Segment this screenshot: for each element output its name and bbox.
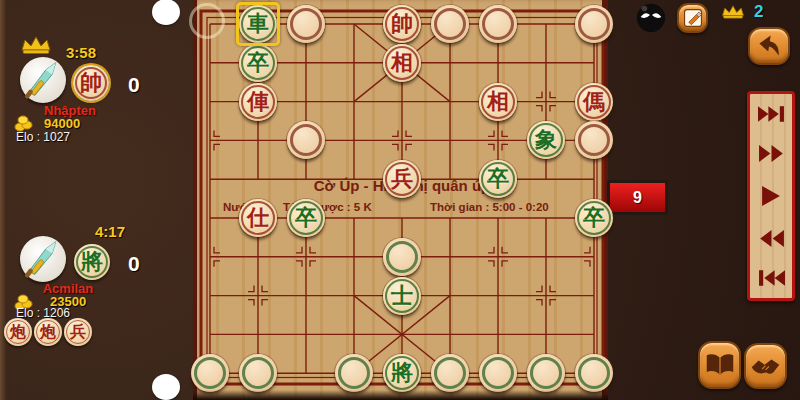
captured-pieces-tray: 炮炮兵	[4, 318, 94, 346]
piece-green-士[interactable]: 士	[383, 277, 421, 315]
covered-piece-red[interactable]	[479, 5, 517, 43]
host-crown-icon	[20, 36, 52, 54]
piece-char: 象	[535, 121, 557, 159]
piece-red-相[interactable]: 相	[383, 44, 421, 82]
piece-char: 士	[391, 277, 413, 315]
win-crown-icon	[720, 5, 746, 20]
covered-piece-green[interactable]	[575, 354, 613, 392]
piece-green-卒[interactable]: 卒	[239, 44, 277, 82]
piece-char: 相	[487, 83, 509, 121]
sword-avatar-icon	[22, 59, 64, 101]
fast-forward-button[interactable]	[759, 145, 784, 162]
white-dot-bottom	[152, 374, 180, 400]
covered-piece-green[interactable]	[191, 354, 229, 392]
top-player-timer: 3:58	[66, 44, 96, 61]
piece-green-卒[interactable]: 卒	[287, 199, 325, 237]
covered-piece-green[interactable]	[335, 354, 373, 392]
open-book-icon	[705, 352, 735, 378]
captured-piece-炮: 炮	[34, 318, 62, 346]
bottom-player-timer: 4:17	[95, 223, 125, 240]
piece-red-相[interactable]: 相	[479, 83, 517, 121]
covered-piece-green[interactable]	[479, 354, 517, 392]
top-player-side-piece: 帥	[73, 65, 109, 101]
piece-red-傌[interactable]: 傌	[575, 83, 613, 121]
skip-forward-icon	[758, 106, 785, 122]
win-count: 2	[754, 2, 763, 22]
board-bottom-shadow	[193, 390, 608, 400]
captured-piece-炮: 炮	[4, 318, 32, 346]
top-player-avatar[interactable]	[20, 57, 66, 103]
captured-piece-兵: 兵	[64, 318, 92, 346]
rewind-button[interactable]	[759, 230, 784, 247]
piece-red-俥[interactable]: 俥	[239, 83, 277, 121]
edit-button[interactable]	[677, 3, 708, 33]
game-book-button[interactable]	[698, 341, 741, 389]
fast-forward-icon	[759, 145, 784, 162]
bomb-avatar-icon[interactable]	[633, 1, 669, 33]
piece-char: 卒	[295, 199, 317, 237]
rewind-icon	[759, 230, 784, 247]
piece-char: 卒	[583, 199, 605, 237]
covered-piece-green[interactable]	[527, 354, 565, 392]
handshake-icon	[750, 355, 781, 378]
covered-piece-red[interactable]	[287, 5, 325, 43]
edit-pencil-icon	[682, 7, 704, 29]
play-button[interactable]	[762, 186, 780, 206]
piece-char: 仕	[247, 199, 269, 237]
piece-char: 相	[391, 44, 413, 82]
piece-green-將[interactable]: 將	[383, 354, 421, 392]
piece-red-帥[interactable]: 帥	[383, 5, 421, 43]
covered-piece-red[interactable]	[575, 5, 613, 43]
piece-red-兵[interactable]: 兵	[383, 160, 421, 198]
back-arrow-icon	[755, 34, 783, 58]
piece-green-卒[interactable]: 卒	[479, 160, 517, 198]
top-player-coins: 94000	[44, 116, 80, 131]
covered-piece-green[interactable]	[383, 238, 421, 276]
xiangqi-board[interactable]: Cờ Úp - Hiển thị quân úp Nước Tổng cược …	[193, 0, 608, 400]
piece-char: 帥	[391, 5, 413, 43]
piece-red-仕[interactable]: 仕	[239, 199, 277, 237]
coins-icon	[14, 112, 34, 132]
bottom-player-captured-count: 0	[128, 252, 140, 276]
selected-piece-frame	[236, 2, 280, 46]
piece-char: 俥	[247, 83, 269, 121]
back-button[interactable]	[748, 27, 790, 65]
skip-back-icon	[758, 270, 785, 286]
play-icon	[762, 186, 780, 206]
river-time-info: Thời gian : 5:00 - 0:20	[430, 201, 549, 213]
top-player-captured-count: 0	[128, 73, 140, 97]
bottom-player-avatar[interactable]	[20, 236, 66, 282]
piece-char: 傌	[583, 83, 605, 121]
covered-piece-green[interactable]	[431, 354, 469, 392]
bottom-player-side-piece: 將	[74, 244, 110, 280]
sword-avatar-icon	[22, 238, 64, 280]
piece-char: 卒	[247, 44, 269, 82]
white-dot-top	[152, 0, 180, 25]
move-count-badge: 9	[607, 180, 668, 215]
covered-piece-green[interactable]	[239, 354, 277, 392]
replay-control-panel	[747, 91, 795, 301]
piece-char: 兵	[391, 160, 413, 198]
last-move-from-marker	[189, 3, 225, 39]
skip-forward-button[interactable]	[758, 106, 785, 122]
skip-back-button[interactable]	[758, 270, 785, 286]
piece-green-卒[interactable]: 卒	[575, 199, 613, 237]
piece-char: 卒	[487, 160, 509, 198]
covered-piece-red[interactable]	[431, 5, 469, 43]
piece-char: 將	[391, 354, 413, 392]
draw-handshake-button[interactable]	[744, 343, 787, 389]
game-screen: Cờ Úp - Hiển thị quân úp Nước Tổng cược …	[0, 0, 800, 400]
top-player-elo: Elo : 1027	[16, 130, 70, 144]
